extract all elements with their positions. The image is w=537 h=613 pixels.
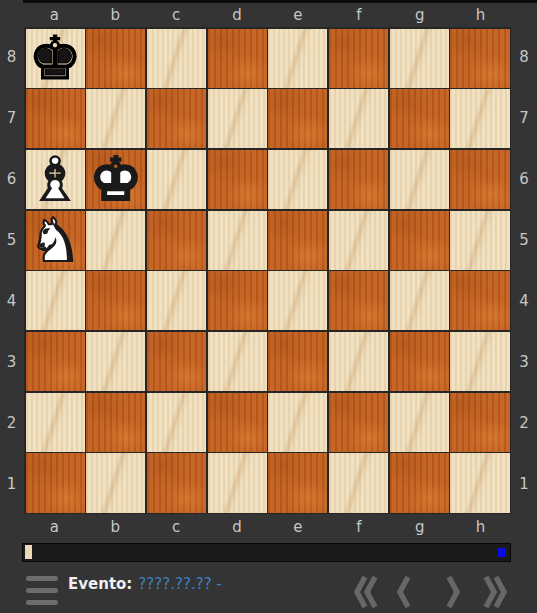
piece-black-king[interactable]: ♚♔	[26, 29, 85, 88]
seekbar-end-marker	[498, 548, 506, 557]
event-line: Evento:????.??.?? -	[68, 575, 222, 593]
ranks-right: 87654321	[511, 27, 537, 514]
next-move-icon	[445, 573, 462, 611]
square-f8[interactable]	[329, 29, 388, 88]
seekbar-handle[interactable]	[25, 545, 32, 559]
rank-label-4: 4	[511, 271, 537, 332]
rank-label-1: 1	[0, 453, 23, 514]
file-label-e: e	[268, 3, 329, 27]
rank-label-6: 6	[0, 149, 23, 210]
file-label-c: c	[146, 3, 207, 27]
square-a6[interactable]: ♝♗	[26, 150, 85, 209]
square-d6[interactable]	[208, 150, 267, 209]
rank-label-8: 8	[511, 27, 537, 88]
square-c7[interactable]	[147, 89, 206, 148]
piece-white-knight[interactable]: ♞♘	[26, 211, 85, 270]
square-e6[interactable]	[268, 150, 327, 209]
square-f7[interactable]	[329, 89, 388, 148]
square-b3[interactable]	[86, 332, 145, 391]
file-label-f: f	[328, 3, 389, 27]
square-h8[interactable]	[450, 29, 509, 88]
square-e8[interactable]	[268, 29, 327, 88]
square-e4[interactable]	[268, 271, 327, 330]
file-label-a: a	[24, 514, 85, 541]
piece-white-king[interactable]: ♚♔	[86, 150, 145, 209]
rank-label-7: 7	[511, 88, 537, 149]
square-b6[interactable]: ♚♔	[86, 150, 145, 209]
first-move-icon	[353, 573, 379, 611]
square-f6[interactable]	[329, 150, 388, 209]
file-label-d: d	[207, 514, 268, 541]
file-label-g: g	[389, 3, 450, 27]
square-h5[interactable]	[450, 211, 509, 270]
app-background: abcdefgh 87654321 ♚♔♝♗♚♔♞♘ 87654321 abcd…	[0, 0, 537, 613]
square-a4[interactable]	[26, 271, 85, 330]
rank-label-8: 8	[0, 27, 23, 88]
square-b4[interactable]	[86, 271, 145, 330]
square-a1[interactable]	[26, 453, 85, 512]
files-top: abcdefgh	[24, 3, 511, 27]
rank-label-6: 6	[511, 149, 537, 210]
rank-label-1: 1	[511, 453, 537, 514]
square-b1[interactable]	[86, 453, 145, 512]
last-move-icon	[482, 573, 508, 611]
square-d2[interactable]	[208, 393, 267, 452]
square-a3[interactable]	[26, 332, 85, 391]
square-c1[interactable]	[147, 453, 206, 512]
square-d1[interactable]	[208, 453, 267, 512]
square-e2[interactable]	[268, 393, 327, 452]
piece-white-bishop[interactable]: ♝♗	[26, 150, 85, 209]
square-b7[interactable]	[86, 89, 145, 148]
files-bottom: abcdefgh	[24, 514, 511, 541]
square-b8[interactable]	[86, 29, 145, 88]
square-e5[interactable]	[268, 211, 327, 270]
square-f1[interactable]	[329, 453, 388, 512]
square-d5[interactable]	[208, 211, 267, 270]
square-b5[interactable]	[86, 211, 145, 270]
first-move-button[interactable]	[353, 573, 379, 611]
square-h4[interactable]	[450, 271, 509, 330]
square-e1[interactable]	[268, 453, 327, 512]
square-g6[interactable]	[390, 150, 449, 209]
last-move-button[interactable]	[482, 573, 508, 611]
square-h3[interactable]	[450, 332, 509, 391]
game-seekbar[interactable]	[22, 543, 511, 562]
square-c4[interactable]	[147, 271, 206, 330]
square-e7[interactable]	[268, 89, 327, 148]
file-label-f: f	[328, 514, 389, 541]
square-g5[interactable]	[390, 211, 449, 270]
file-label-d: d	[207, 3, 268, 27]
square-f3[interactable]	[329, 332, 388, 391]
rank-label-2: 2	[0, 392, 23, 453]
square-c6[interactable]	[147, 150, 206, 209]
file-label-e: e	[268, 514, 329, 541]
board: ♚♔♝♗♚♔♞♘	[24, 27, 511, 514]
event-link[interactable]: ????.??.?? -	[138, 575, 221, 593]
file-label-b: b	[85, 514, 146, 541]
square-h1[interactable]	[450, 453, 509, 512]
ranks-left: 87654321	[0, 27, 23, 514]
file-label-h: h	[450, 514, 511, 541]
rank-label-5: 5	[0, 210, 23, 271]
square-g7[interactable]	[390, 89, 449, 148]
square-g4[interactable]	[390, 271, 449, 330]
file-label-g: g	[389, 514, 450, 541]
next-move-button[interactable]	[445, 573, 462, 611]
square-g2[interactable]	[390, 393, 449, 452]
square-c8[interactable]	[147, 29, 206, 88]
square-g1[interactable]	[390, 453, 449, 512]
event-label: Evento:	[68, 575, 132, 593]
square-f4[interactable]	[329, 271, 388, 330]
rank-label-4: 4	[0, 271, 23, 332]
square-h2[interactable]	[450, 393, 509, 452]
menu-button[interactable]	[26, 576, 58, 606]
previous-move-icon	[395, 573, 412, 611]
square-b2[interactable]	[86, 393, 145, 452]
file-label-c: c	[146, 514, 207, 541]
square-h7[interactable]	[450, 89, 509, 148]
square-f5[interactable]	[329, 211, 388, 270]
square-d8[interactable]	[208, 29, 267, 88]
square-c5[interactable]	[147, 211, 206, 270]
square-g8[interactable]	[390, 29, 449, 88]
rank-label-3: 3	[0, 331, 23, 392]
previous-move-button[interactable]	[395, 573, 412, 611]
rank-label-2: 2	[511, 392, 537, 453]
file-label-h: h	[450, 3, 511, 27]
square-h6[interactable]	[450, 150, 509, 209]
square-f2[interactable]	[329, 393, 388, 452]
rank-label-7: 7	[0, 88, 23, 149]
square-g3[interactable]	[390, 332, 449, 391]
square-d7[interactable]	[208, 89, 267, 148]
square-a7[interactable]	[26, 89, 85, 148]
square-e3[interactable]	[268, 332, 327, 391]
square-c2[interactable]	[147, 393, 206, 452]
square-c3[interactable]	[147, 332, 206, 391]
rank-label-3: 3	[511, 331, 537, 392]
square-a2[interactable]	[26, 393, 85, 452]
menu-icon	[26, 576, 58, 581]
square-d4[interactable]	[208, 271, 267, 330]
rank-label-5: 5	[511, 210, 537, 271]
square-a8[interactable]: ♚♔	[26, 29, 85, 88]
square-d3[interactable]	[208, 332, 267, 391]
file-label-b: b	[85, 3, 146, 27]
square-a5[interactable]: ♞♘	[26, 211, 85, 270]
